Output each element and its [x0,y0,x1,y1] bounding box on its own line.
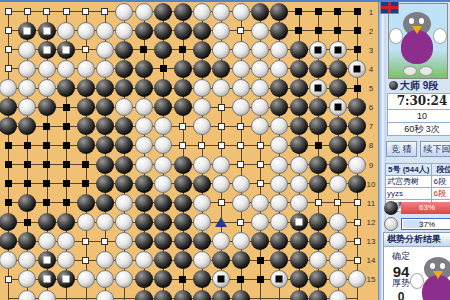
coordinate-label: 5 [364,84,378,93]
dead-stone-marker [334,104,341,111]
black-territory-marker [334,27,341,34]
white-territory-marker [179,123,186,130]
white-stone [212,41,230,59]
white-stone [212,3,230,21]
black-stone [38,213,56,231]
white-territory-marker [218,142,225,149]
room-label: 5号 (544人) [386,164,432,176]
white-stone [193,79,211,97]
coordinate-label: 3 [364,46,378,55]
white-stone [251,79,269,97]
black-territory-marker [315,142,322,149]
black-stone [270,3,288,21]
black-territory-marker [354,46,361,53]
black-territory-marker [140,46,147,53]
black-stone [154,194,172,212]
white-territory-marker [5,276,12,283]
black-territory-marker [63,180,70,187]
white-territory-marker [354,199,361,206]
dead-stone-marker [43,276,50,283]
white-stone [212,175,230,193]
white-stone [193,213,211,231]
coordinate-label: 11 [364,199,378,208]
black-territory-marker [315,8,322,15]
white-territory-marker [218,104,225,111]
black-territory-marker [257,276,264,283]
black-stone [115,175,133,193]
black-stone [193,175,211,193]
white-stone [193,98,211,116]
black-stone [270,22,288,40]
white-stone [232,79,250,97]
black-stone [329,60,347,78]
black-stone [135,232,153,250]
black-stone [174,22,192,40]
black-stone [193,22,211,40]
white-stone [232,60,250,78]
black-territory-marker [334,8,341,15]
white-stone [154,175,172,193]
window-top-border [0,0,450,2]
black-territory-marker [63,104,70,111]
dead-stone-marker [354,65,361,72]
black-territory-marker [63,123,70,130]
white-stone [135,98,153,116]
coordinate-label: 14 [364,256,378,265]
white-territory-marker [257,142,264,149]
white-territory-marker [5,46,12,53]
white-stone [329,232,347,250]
white-stone [232,232,250,250]
white-winrate-bar: 37% [401,218,450,230]
black-stone [309,156,327,174]
white-stone [251,213,269,231]
coordinate-label: 1 [364,8,378,17]
white-territory-marker [101,8,108,15]
black-territory-marker [354,8,361,15]
white-stone [96,213,114,231]
black-territory-marker [237,276,244,283]
white-territory-marker [354,238,361,245]
white-stone [290,194,308,212]
black-stone [290,79,308,97]
black-territory-marker [43,123,50,130]
black-territory-marker [354,85,361,92]
white-territory-marker [237,27,244,34]
white-stone [96,60,114,78]
triangle-marker [215,217,227,227]
row-black-player: yyzs [386,188,432,200]
black-winrate-row: 63% [384,201,450,215]
white-stone [232,175,250,193]
coordinate-label: 4 [364,65,378,74]
black-territory-marker [24,180,31,187]
black-stone [290,213,308,231]
right-panel: 大师 9段 7:30:24 10 60秒 3次 竞 猜 续下回 5号 (544人… [386,0,450,300]
white-stone [96,41,114,59]
white-stone [38,79,56,97]
white-stone [135,117,153,135]
black-territory-marker [257,257,264,264]
white-territory-marker [218,199,225,206]
black-stone [329,156,347,174]
dead-stone-marker [295,219,302,226]
white-territory-marker [237,123,244,130]
white-stone [193,156,211,174]
black-territory-marker [24,219,31,226]
player-name-rank: 大师 9段 [386,79,450,92]
dead-stone-marker [315,46,322,53]
black-stone [96,194,114,212]
black-winrate-bar: 63% [401,202,450,214]
white-territory-marker [257,161,264,168]
black-territory-marker [295,8,302,15]
black-stone [135,194,153,212]
bird-mascot-icon [410,249,450,300]
white-territory-marker [5,27,12,34]
byoyomi-setting: 60秒 3次 [387,122,450,136]
black-stone [174,79,192,97]
white-territory-marker [82,46,89,53]
black-stone [154,41,172,59]
black-territory-marker [315,27,322,34]
white-stone [57,60,75,78]
white-stone [270,156,288,174]
dead-stone-marker [43,257,50,264]
white-stone-icon [384,217,398,231]
white-stone [251,41,269,59]
white-territory-marker [82,8,89,15]
black-stone [77,98,95,116]
black-stone [329,117,347,135]
white-stone [38,232,56,250]
black-stone [309,60,327,78]
black-stone [290,60,308,78]
black-stone [96,98,114,116]
white-territory-marker [63,8,70,15]
white-stone [232,98,250,116]
black-territory-marker [43,180,50,187]
black-stone [135,79,153,97]
black-stone [174,290,192,300]
black-stone [174,156,192,174]
black-stone [96,156,114,174]
coordinate-label: 2 [364,27,378,36]
black-stone [77,79,95,97]
analysis-item-certain: 确定94 [392,250,410,280]
black-stone-icon [389,81,398,90]
analysis-panel: 棋势分析结果 确定94 厚势0 [383,232,450,300]
white-stone [115,3,133,21]
black-stone [290,41,308,59]
white-stone [115,22,133,40]
black-territory-marker [82,180,89,187]
white-stone [290,156,308,174]
black-stone [174,251,192,269]
white-stone [212,156,230,174]
white-stone [329,270,347,288]
black-stone [135,213,153,231]
black-territory-marker [43,199,50,206]
black-stone-icon [384,201,398,215]
white-stone [329,213,347,231]
white-stone [329,41,347,59]
coordinate-label: 9 [364,161,378,170]
dead-stone-marker [334,46,341,53]
black-stone [174,60,192,78]
black-stone [135,22,153,40]
black-stone [329,79,347,97]
black-stone [193,41,211,59]
white-stone [77,22,95,40]
player-avatar [388,3,448,79]
dead-stone-marker [218,276,225,283]
white-territory-marker [237,219,244,226]
white-stone [309,41,327,59]
black-territory-marker [179,46,186,53]
black-stone [174,232,192,250]
white-territory-marker [237,161,244,168]
black-territory-marker [43,161,50,168]
black-stone [57,41,75,59]
black-stone [77,117,95,135]
move-count: 10 [387,109,450,123]
black-territory-marker [82,161,89,168]
black-territory-marker [5,199,12,206]
black-stone [193,232,211,250]
white-territory-marker [257,180,264,187]
white-stone [232,194,250,212]
black-stone [290,232,308,250]
white-stone [329,251,347,269]
white-territory-marker [198,142,205,149]
white-stone [232,3,250,21]
white-stone [193,3,211,21]
coordinate-label: 12 [364,218,378,227]
black-stone [309,175,327,193]
white-territory-marker [82,257,89,264]
white-stone [290,175,308,193]
white-stone [251,194,269,212]
coordinate-label: 10 [364,180,378,189]
white-territory-marker [218,123,225,130]
black-territory-marker [63,199,70,206]
black-stone [329,136,347,154]
white-stone [38,60,56,78]
white-territory-marker [237,142,244,149]
black-territory-marker [24,161,31,168]
white-territory-marker [5,8,12,15]
black-territory-marker [24,142,31,149]
black-stone [38,251,56,269]
dead-stone-marker [315,85,322,92]
coordinate-label: 6 [364,103,378,112]
black-territory-marker [354,27,361,34]
white-stone [232,41,250,59]
white-stone [77,270,95,288]
black-stone [96,175,114,193]
white-territory-marker [82,238,89,245]
white-stone [135,156,153,174]
white-stone [329,175,347,193]
go-board[interactable]: 123456789101112131415 [0,0,378,300]
black-stone [193,60,211,78]
black-stone [174,3,192,21]
black-stone [174,213,192,231]
black-territory-marker [63,142,70,149]
black-territory-marker [5,142,12,149]
white-territory-marker [5,65,12,72]
white-territory-marker [101,238,108,245]
black-stone [38,22,56,40]
white-territory-marker [43,8,50,15]
coordinate-label: 8 [364,141,378,150]
guess-button[interactable]: 竞 猜 [386,141,417,157]
analysis-title: 棋势分析结果 [384,233,450,247]
black-stone [77,136,95,154]
white-territory-marker [24,8,31,15]
white-territory-marker [354,257,361,264]
country-flag-icon [380,1,399,14]
black-stone [135,175,153,193]
black-stone [154,3,172,21]
black-territory-marker [160,65,167,72]
black-stone [232,251,250,269]
black-stone [115,156,133,174]
bird-mascot-icon [389,4,447,78]
rank-column-header: 段位 [432,164,450,176]
white-stone [193,194,211,212]
dead-stone-marker [43,27,50,34]
dead-stone-marker [276,276,283,283]
dead-stone-marker [63,276,70,283]
black-stone [154,22,172,40]
white-stone [96,22,114,40]
white-stone [329,98,347,116]
dead-stone-marker [43,46,50,53]
white-stone [135,3,153,21]
black-stone [290,98,308,116]
black-stone [174,194,192,212]
white-territory-marker [354,219,361,226]
white-stone [154,156,172,174]
black-territory-marker [63,161,70,168]
row-white-player: 武宫秀树 [386,176,432,188]
black-territory-marker [5,180,12,187]
dead-stone-marker [63,46,70,53]
white-stone [57,22,75,40]
black-stone [115,41,133,59]
white-stone [212,22,230,40]
black-stone [38,98,56,116]
white-territory-marker [179,142,186,149]
black-territory-marker [295,27,302,34]
black-stone [18,22,36,40]
coordinate-label: 15 [364,275,378,284]
white-winrate-row: 37% [384,217,450,231]
black-stone [174,98,192,116]
analysis-item-thickness: 厚势0 [392,277,410,300]
main-time: 7:30:24 [387,93,450,110]
coordinate-label: 13 [364,237,378,246]
white-stone [135,251,153,269]
black-territory-marker [179,276,186,283]
white-territory-marker [315,199,322,206]
white-stone [77,60,95,78]
dead-stone-marker [24,27,31,34]
black-territory-marker [5,161,12,168]
black-stone [96,79,114,97]
black-stone [251,3,269,21]
white-stone [77,213,95,231]
black-territory-marker [43,142,50,149]
coordinate-label: 7 [364,122,378,131]
black-stone [174,175,192,193]
white-stone [251,60,269,78]
continue-button[interactable]: 续下回 [420,141,450,157]
white-stone [251,22,269,40]
black-stone [135,60,153,78]
white-territory-marker [334,199,341,206]
black-stone [77,194,95,212]
black-stone [38,41,56,59]
